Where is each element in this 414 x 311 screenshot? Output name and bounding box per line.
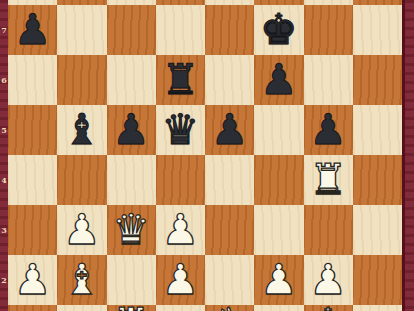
white-rook: ♜ xyxy=(304,155,353,205)
square-g2: ♟ xyxy=(304,255,353,305)
square-h3 xyxy=(353,205,402,255)
square-c5: ♟ xyxy=(107,105,156,155)
square-a1 xyxy=(8,305,57,311)
square-f3 xyxy=(254,205,303,255)
black-king: ♚ xyxy=(254,5,303,55)
black-bishop: ♝ xyxy=(57,105,106,155)
square-a5 xyxy=(8,105,57,155)
white-pawn: ♟ xyxy=(156,205,205,255)
square-e6 xyxy=(205,55,254,105)
square-g3 xyxy=(304,205,353,255)
rank-labels: 765432 xyxy=(0,0,8,311)
rank-label-6: 6 xyxy=(0,55,8,105)
rank-label-3: 3 xyxy=(0,205,8,255)
rank-label-5: 5 xyxy=(0,105,8,155)
square-f6: ♟ xyxy=(254,55,303,105)
black-queen: ♛ xyxy=(156,105,205,155)
square-a2: ♟ xyxy=(8,255,57,305)
white-bishop: ♝ xyxy=(57,255,106,305)
square-d1 xyxy=(156,305,205,311)
square-f2: ♟ xyxy=(254,255,303,305)
square-d2: ♟ xyxy=(156,255,205,305)
square-a3 xyxy=(8,205,57,255)
square-d4 xyxy=(156,155,205,205)
black-pawn: ♟ xyxy=(205,105,254,155)
white-pawn: ♟ xyxy=(254,255,303,305)
square-a4 xyxy=(8,155,57,205)
square-c2 xyxy=(107,255,156,305)
square-g4: ♜ xyxy=(304,155,353,205)
square-h5 xyxy=(353,105,402,155)
square-a6 xyxy=(8,55,57,105)
white-pawn: ♟ xyxy=(57,205,106,255)
square-h1 xyxy=(353,305,402,311)
square-d7 xyxy=(156,5,205,55)
white-king: ♚ xyxy=(304,299,353,311)
black-pawn: ♟ xyxy=(107,105,156,155)
black-rook: ♜ xyxy=(156,55,205,105)
square-b1 xyxy=(57,305,106,311)
square-c7 xyxy=(107,5,156,55)
black-pawn: ♟ xyxy=(254,55,303,105)
white-knight: ♞ xyxy=(205,299,254,311)
square-b5: ♝ xyxy=(57,105,106,155)
square-h6 xyxy=(353,55,402,105)
square-g7 xyxy=(304,5,353,55)
rank-label-2: 2 xyxy=(0,255,8,305)
square-c6 xyxy=(107,55,156,105)
white-pawn: ♟ xyxy=(304,255,353,305)
chess-board: ♟♚♜♟♝♟♛♟♟♜♟♛♟♟♝♟♟♟♜♞♚ xyxy=(8,0,402,311)
square-b7 xyxy=(57,5,106,55)
square-g6 xyxy=(304,55,353,105)
square-b3: ♟ xyxy=(57,205,106,255)
black-pawn: ♟ xyxy=(8,5,57,55)
square-e1: ♞ xyxy=(205,305,254,311)
square-b2: ♝ xyxy=(57,255,106,305)
square-f4 xyxy=(254,155,303,205)
rank-label-7: 7 xyxy=(0,5,8,55)
square-e7 xyxy=(205,5,254,55)
square-b6 xyxy=(57,55,106,105)
square-d3: ♟ xyxy=(156,205,205,255)
board-frame-right xyxy=(402,0,414,311)
square-f7: ♚ xyxy=(254,5,303,55)
square-c4 xyxy=(107,155,156,205)
square-f1 xyxy=(254,305,303,311)
square-h2 xyxy=(353,255,402,305)
chess-diagram: ♟♚♜♟♝♟♛♟♟♜♟♛♟♟♝♟♟♟♜♞♚ 765432 xyxy=(0,0,414,311)
square-f5 xyxy=(254,105,303,155)
square-c3: ♛ xyxy=(107,205,156,255)
white-pawn: ♟ xyxy=(8,255,57,305)
black-pawn: ♟ xyxy=(304,105,353,155)
square-g1: ♚ xyxy=(304,305,353,311)
white-rook: ♜ xyxy=(107,299,156,311)
white-pawn: ♟ xyxy=(156,255,205,305)
square-e5: ♟ xyxy=(205,105,254,155)
square-d6: ♜ xyxy=(156,55,205,105)
square-b4 xyxy=(57,155,106,205)
square-e3 xyxy=(205,205,254,255)
square-a7: ♟ xyxy=(8,5,57,55)
square-c1: ♜ xyxy=(107,305,156,311)
square-g5: ♟ xyxy=(304,105,353,155)
rank-label-4: 4 xyxy=(0,155,8,205)
square-d5: ♛ xyxy=(156,105,205,155)
square-h7 xyxy=(353,5,402,55)
square-e2 xyxy=(205,255,254,305)
white-queen: ♛ xyxy=(107,205,156,255)
square-e4 xyxy=(205,155,254,205)
square-h4 xyxy=(353,155,402,205)
